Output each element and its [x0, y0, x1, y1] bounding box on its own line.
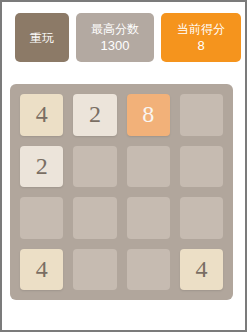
tile-2: 2 [20, 146, 63, 188]
current-score-box: 当前得分 8 [161, 13, 241, 62]
empty-cell [73, 249, 116, 291]
best-score-label: 最高分数 [91, 21, 139, 37]
empty-cell [127, 146, 170, 188]
empty-cell [20, 197, 63, 239]
tile-8: 8 [127, 94, 170, 136]
restart-button[interactable]: 重玩 [15, 13, 69, 62]
current-score-label: 当前得分 [177, 21, 225, 37]
tile-2: 2 [73, 94, 116, 136]
tile-4: 4 [20, 94, 63, 136]
tile-4: 4 [180, 249, 223, 291]
empty-cell [180, 146, 223, 188]
best-score-box: 最高分数 1300 [76, 13, 154, 62]
restart-button-label: 重玩 [30, 30, 54, 46]
empty-cell [180, 94, 223, 136]
empty-cell [180, 197, 223, 239]
empty-cell [127, 249, 170, 291]
empty-cell [73, 146, 116, 188]
current-score-value: 8 [197, 37, 204, 54]
best-score-value: 1300 [101, 37, 130, 54]
game-window-2048: 重玩 最高分数 1300 当前得分 8 428244 [0, 0, 247, 332]
board-2048[interactable]: 428244 [10, 84, 233, 300]
empty-cell [73, 197, 116, 239]
empty-cell [127, 197, 170, 239]
header-bar: 重玩 最高分数 1300 当前得分 8 [15, 13, 241, 62]
tile-4: 4 [20, 249, 63, 291]
